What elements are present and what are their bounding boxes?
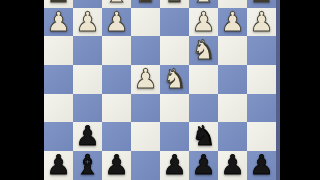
square-d6: [160, 122, 189, 151]
square-g4: [73, 65, 102, 94]
white-pawn: ♟: [75, 8, 99, 37]
square-e1: ♚: [131, 0, 160, 8]
square-h2: ♟: [44, 8, 73, 37]
square-g6: ♟: [73, 122, 102, 151]
square-e5: [131, 94, 160, 123]
square-b5: [218, 94, 247, 123]
square-d1: ♛: [160, 0, 189, 8]
square-d2: [160, 8, 189, 37]
white-pawn: ♟: [104, 8, 128, 37]
square-c4: [189, 65, 218, 94]
square-e6: [131, 122, 160, 151]
square-b6: [218, 122, 247, 151]
square-b7: ♟: [218, 151, 247, 180]
black-pawn: ♟: [249, 151, 273, 180]
square-b3: [218, 36, 247, 65]
square-g7: ♝: [73, 151, 102, 180]
square-a6: [247, 122, 276, 151]
board-right-border: [276, 0, 280, 180]
letterbox-right: [280, 0, 320, 180]
square-b2: ♟: [218, 8, 247, 37]
square-a5: [247, 94, 276, 123]
square-a7: ♟: [247, 151, 276, 180]
black-pawn: ♟: [191, 151, 215, 180]
square-c3: ♞: [189, 36, 218, 65]
square-e4: ♟: [131, 65, 160, 94]
black-knight: ♞: [191, 122, 215, 151]
black-pawn: ♟: [220, 151, 244, 180]
square-h5: [44, 94, 73, 123]
square-e7: [131, 151, 160, 180]
white-king: ♚: [133, 0, 157, 8]
square-d3: [160, 36, 189, 65]
square-h6: [44, 122, 73, 151]
white-pawn: ♟: [46, 8, 70, 37]
square-h7: ♟: [44, 151, 73, 180]
black-pawn: ♟: [104, 151, 128, 180]
square-f2: ♟: [102, 8, 131, 37]
square-g3: [73, 36, 102, 65]
white-knight: ♞: [191, 36, 215, 65]
black-pawn: ♟: [162, 151, 186, 180]
square-d7: ♟: [160, 151, 189, 180]
square-c2: ♟: [189, 8, 218, 37]
white-queen: ♛: [162, 0, 186, 8]
square-a3: [247, 36, 276, 65]
square-b4: [218, 65, 247, 94]
square-c5: [189, 94, 218, 123]
chess-board: ♜♝♚♛♝♜♟♟♟♟♟♟♞♟♞♟♞♟♝♟♟♟♟♟: [44, 0, 276, 180]
square-f5: [102, 94, 131, 123]
square-e3: [131, 36, 160, 65]
black-pawn: ♟: [46, 151, 70, 180]
white-pawn: ♟: [220, 8, 244, 37]
board-viewport: ♜♝♚♛♝♜♟♟♟♟♟♟♞♟♞♟♞♟♝♟♟♟♟♟: [44, 0, 276, 180]
square-d4: ♞: [160, 65, 189, 94]
square-c7: ♟: [189, 151, 218, 180]
square-c6: ♞: [189, 122, 218, 151]
square-f4: [102, 65, 131, 94]
white-pawn: ♟: [133, 65, 157, 94]
square-g2: ♟: [73, 8, 102, 37]
square-h3: [44, 36, 73, 65]
square-g5: [73, 94, 102, 123]
square-f3: [102, 36, 131, 65]
black-bishop: ♝: [75, 151, 99, 180]
square-h4: [44, 65, 73, 94]
white-pawn: ♟: [191, 8, 215, 37]
square-a4: [247, 65, 276, 94]
square-a2: ♟: [247, 8, 276, 37]
black-pawn: ♟: [75, 122, 99, 151]
white-pawn: ♟: [249, 8, 273, 37]
square-f7: ♟: [102, 151, 131, 180]
square-f6: [102, 122, 131, 151]
square-e2: [131, 8, 160, 37]
white-knight: ♞: [162, 65, 186, 94]
square-d5: [160, 94, 189, 123]
letterbox-left: [0, 0, 44, 180]
